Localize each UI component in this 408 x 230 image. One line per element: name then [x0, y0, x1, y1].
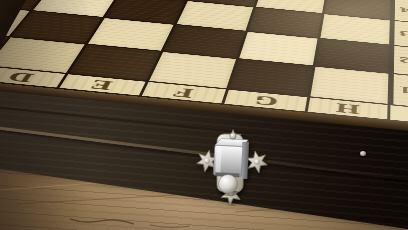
rank-number: 1 [398, 85, 408, 95]
border-corner-cell [390, 105, 408, 126]
clasp-ball-knob [219, 175, 238, 194]
file-letter: E [90, 79, 116, 91]
file-letter: H [335, 102, 361, 115]
clasp-rivet [254, 159, 260, 165]
scene: ABCDEFGH 87654321 [0, 0, 408, 230]
clasp-hinge-tab [230, 133, 236, 139]
chessboard: ABCDEFGH 87654321 [0, 0, 408, 127]
file-letter: D [6, 71, 37, 84]
rank-label-strip: 87654321 [390, 0, 408, 110]
metal-clasp [196, 124, 268, 206]
rank-number: 4 [399, 6, 408, 13]
rank-label-1: 1 [393, 74, 408, 110]
rank-label-2: 2 [394, 46, 408, 78]
clasp-rivet [204, 158, 210, 164]
file-letter: F [173, 86, 196, 99]
clasp-hasp-block [213, 138, 249, 179]
file-letter: G [253, 94, 278, 107]
rank-number: 2 [399, 56, 408, 65]
rank-number: 3 [399, 30, 408, 38]
